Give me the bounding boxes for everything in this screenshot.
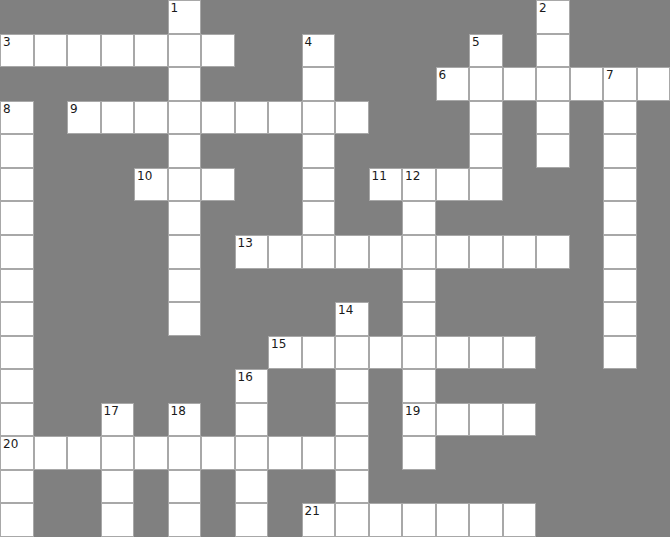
cell-r6-c6 [201, 201, 235, 235]
cell-r7-c5[interactable] [168, 235, 202, 269]
cell-r6-c9[interactable] [302, 201, 336, 235]
cell-r5-c13[interactable] [436, 168, 470, 202]
cell-r0-c11 [369, 0, 403, 34]
cell-r2-c14[interactable] [469, 67, 503, 101]
clue-number: 20 [3, 437, 18, 451]
cell-r8-c16 [536, 269, 570, 303]
cell-r7-c17 [570, 235, 604, 269]
cell-r9-c12[interactable] [402, 302, 436, 336]
clue-number: 12 [405, 169, 420, 183]
cell-r10-c5 [168, 336, 202, 370]
cell-r7-c10[interactable] [335, 235, 369, 269]
cell-r2-c11 [369, 67, 403, 101]
cell-r1-c11 [369, 34, 403, 68]
cell-r12-c2 [67, 403, 101, 437]
cell-r10-c9[interactable] [302, 336, 336, 370]
cell-r10-c6 [201, 336, 235, 370]
cell-r15-c15[interactable] [503, 503, 537, 537]
clue-number: 11 [372, 169, 387, 183]
cell-r3-c8[interactable] [268, 101, 302, 135]
cell-r15-c2 [67, 503, 101, 537]
cell-r4-c8 [268, 134, 302, 168]
cell-r12-c16 [536, 403, 570, 437]
cell-r13-c3[interactable] [101, 436, 135, 470]
cell-r8-c9 [302, 269, 336, 303]
cell-r11-c14 [469, 369, 503, 403]
cell-r13-c9[interactable] [302, 436, 336, 470]
cell-r3-c13 [436, 101, 470, 135]
cell-r11-c7[interactable]: 16 [235, 369, 269, 403]
cell-r2-c8 [268, 67, 302, 101]
cell-r6-c5[interactable] [168, 201, 202, 235]
cell-r9-c15 [503, 302, 537, 336]
cell-r2-c19[interactable] [637, 67, 670, 101]
cell-r11-c5 [168, 369, 202, 403]
cell-r5-c17 [570, 168, 604, 202]
cell-r13-c10[interactable] [335, 436, 369, 470]
cell-r14-c0[interactable] [0, 470, 34, 504]
clue-number: 6 [439, 68, 447, 82]
cell-r9-c17 [570, 302, 604, 336]
cell-r10-c12[interactable] [402, 336, 436, 370]
cell-r15-c14[interactable] [469, 503, 503, 537]
cell-r15-c0[interactable] [0, 503, 34, 537]
cell-r1-c6[interactable] [201, 34, 235, 68]
cell-r15-c19 [637, 503, 670, 537]
cell-r8-c14 [469, 269, 503, 303]
cell-r8-c18[interactable] [603, 269, 637, 303]
cell-r7-c8[interactable] [268, 235, 302, 269]
cell-r1-c18 [603, 34, 637, 68]
cell-r2-c4 [134, 67, 168, 101]
clue-number: 13 [238, 236, 253, 250]
cell-r3-c12 [402, 101, 436, 135]
cell-r9-c11 [369, 302, 403, 336]
cell-r12-c19 [637, 403, 670, 437]
cell-r12-c18 [603, 403, 637, 437]
cell-r0-c12 [402, 0, 436, 34]
cell-r8-c12[interactable] [402, 269, 436, 303]
cell-r3-c9[interactable] [302, 101, 336, 135]
cell-r14-c15 [503, 470, 537, 504]
cell-r13-c14 [469, 436, 503, 470]
cell-r15-c6 [201, 503, 235, 537]
cell-r5-c3 [101, 168, 135, 202]
cell-r3-c7[interactable] [235, 101, 269, 135]
cell-r7-c6 [201, 235, 235, 269]
cell-r5-c11[interactable]: 11 [369, 168, 403, 202]
cell-r7-c0[interactable] [0, 235, 34, 269]
cell-r0-c10 [335, 0, 369, 34]
cell-r0-c7 [235, 0, 269, 34]
cell-r8-c4 [134, 269, 168, 303]
clue-number: 17 [104, 404, 119, 418]
cell-r2-c17[interactable] [570, 67, 604, 101]
cell-r3-c4[interactable] [134, 101, 168, 135]
cell-r7-c7[interactable]: 13 [235, 235, 269, 269]
cell-r0-c5[interactable]: 1 [168, 0, 202, 34]
cell-r15-c16 [536, 503, 570, 537]
cell-r5-c0[interactable] [0, 168, 34, 202]
cell-r8-c5[interactable] [168, 269, 202, 303]
cell-r7-c12[interactable] [402, 235, 436, 269]
cell-r6-c19 [637, 201, 670, 235]
cell-r4-c2 [67, 134, 101, 168]
cell-r1-c3[interactable] [101, 34, 135, 68]
cell-r5-c14[interactable] [469, 168, 503, 202]
cell-r10-c19 [637, 336, 670, 370]
cell-r14-c6 [201, 470, 235, 504]
cell-r1-c14[interactable]: 5 [469, 34, 503, 68]
cell-r13-c2[interactable] [67, 436, 101, 470]
cell-r7-c4 [134, 235, 168, 269]
cell-r3-c14[interactable] [469, 101, 503, 135]
cell-r6-c1 [34, 201, 68, 235]
cell-r3-c11 [369, 101, 403, 135]
cell-r6-c15 [503, 201, 537, 235]
cell-r13-c19 [637, 436, 670, 470]
cell-r13-c7[interactable] [235, 436, 269, 470]
cell-r2-c9[interactable] [302, 67, 336, 101]
cell-r7-c15[interactable] [503, 235, 537, 269]
cell-r9-c13 [436, 302, 470, 336]
cell-r4-c5[interactable] [168, 134, 202, 168]
cell-r7-c19 [637, 235, 670, 269]
cell-r8-c0[interactable] [0, 269, 34, 303]
cell-r9-c1 [34, 302, 68, 336]
cell-r12-c7[interactable] [235, 403, 269, 437]
cell-r6-c11 [369, 201, 403, 235]
cell-r8-c7 [235, 269, 269, 303]
cell-r1-c12 [402, 34, 436, 68]
cell-r0-c19 [637, 0, 670, 34]
cell-r2-c18[interactable]: 7 [603, 67, 637, 101]
cell-r1-c17 [570, 34, 604, 68]
cell-r9-c16 [536, 302, 570, 336]
cell-r9-c9 [302, 302, 336, 336]
cell-r0-c9 [302, 0, 336, 34]
cell-r11-c18 [603, 369, 637, 403]
cell-r10-c13[interactable] [436, 336, 470, 370]
cell-r4-c7 [235, 134, 269, 168]
cell-r5-c15 [503, 168, 537, 202]
cell-r8-c15 [503, 269, 537, 303]
cell-r6-c7 [235, 201, 269, 235]
cell-r8-c6 [201, 269, 235, 303]
cell-r2-c3 [101, 67, 135, 101]
clue-number: 18 [171, 404, 186, 418]
cell-r15-c13[interactable] [436, 503, 470, 537]
cell-r14-c2 [67, 470, 101, 504]
cell-r5-c2 [67, 168, 101, 202]
cell-r15-c1 [34, 503, 68, 537]
cell-r0-c13 [436, 0, 470, 34]
cell-r2-c7 [235, 67, 269, 101]
cell-r12-c8 [268, 403, 302, 437]
cell-r12-c13[interactable] [436, 403, 470, 437]
clue-number: 8 [3, 102, 11, 116]
cell-r4-c19 [637, 134, 670, 168]
cell-r10-c11[interactable] [369, 336, 403, 370]
cell-r13-c13 [436, 436, 470, 470]
cell-r3-c3[interactable] [101, 101, 135, 135]
cell-r14-c8 [268, 470, 302, 504]
cell-r5-c4[interactable]: 10 [134, 168, 168, 202]
cell-r4-c3 [101, 134, 135, 168]
cell-r5-c18[interactable] [603, 168, 637, 202]
cell-r4-c14[interactable] [469, 134, 503, 168]
cell-r13-c1[interactable] [34, 436, 68, 470]
cell-r14-c3[interactable] [101, 470, 135, 504]
clue-number: 2 [539, 1, 547, 15]
cell-r4-c13 [436, 134, 470, 168]
cell-r1-c5[interactable] [168, 34, 202, 68]
cell-r14-c1 [34, 470, 68, 504]
cell-r1-c4[interactable] [134, 34, 168, 68]
cell-r15-c5[interactable] [168, 503, 202, 537]
cell-r9-c10[interactable]: 14 [335, 302, 369, 336]
cell-r12-c4 [134, 403, 168, 437]
cell-r0-c4 [134, 0, 168, 34]
cell-r0-c8 [268, 0, 302, 34]
clue-number: 9 [70, 102, 78, 116]
cell-r6-c12[interactable] [402, 201, 436, 235]
cell-r5-c9[interactable] [302, 168, 336, 202]
cell-r2-c15[interactable] [503, 67, 537, 101]
cell-r9-c14 [469, 302, 503, 336]
cell-r1-c13 [436, 34, 470, 68]
cell-r7-c2 [67, 235, 101, 269]
cell-r5-c6[interactable] [201, 168, 235, 202]
cell-r12-c14[interactable] [469, 403, 503, 437]
cell-r12-c15[interactable] [503, 403, 537, 437]
cell-r2-c5[interactable] [168, 67, 202, 101]
cell-r2-c2 [67, 67, 101, 101]
cell-r2-c10 [335, 67, 369, 101]
cell-r6-c0[interactable] [0, 201, 34, 235]
cell-r5-c10 [335, 168, 369, 202]
clue-number: 1 [171, 1, 179, 15]
cell-r6-c3 [101, 201, 135, 235]
cell-r12-c5[interactable]: 18 [168, 403, 202, 437]
cell-r14-c7[interactable] [235, 470, 269, 504]
cell-r4-c6 [201, 134, 235, 168]
cell-r1-c7 [235, 34, 269, 68]
cell-r9-c7 [235, 302, 269, 336]
cell-r13-c6[interactable] [201, 436, 235, 470]
cell-r2-c13[interactable]: 6 [436, 67, 470, 101]
cell-r12-c10[interactable] [335, 403, 369, 437]
cell-r3-c6[interactable] [201, 101, 235, 135]
cell-r6-c16 [536, 201, 570, 235]
cell-r3-c16[interactable] [536, 101, 570, 135]
cell-r12-c9 [302, 403, 336, 437]
cell-r3-c10[interactable] [335, 101, 369, 135]
cell-r1-c0[interactable]: 3 [0, 34, 34, 68]
cell-r11-c8 [268, 369, 302, 403]
cell-r1-c16[interactable] [536, 34, 570, 68]
cell-r0-c15 [503, 0, 537, 34]
cell-r11-c9 [302, 369, 336, 403]
cell-r7-c18[interactable] [603, 235, 637, 269]
cell-r13-c17 [570, 436, 604, 470]
cell-r10-c0[interactable] [0, 336, 34, 370]
cell-r15-c4 [134, 503, 168, 537]
cell-r10-c14[interactable] [469, 336, 503, 370]
cell-r14-c14 [469, 470, 503, 504]
cell-r15-c10[interactable] [335, 503, 369, 537]
cell-r10-c10[interactable] [335, 336, 369, 370]
cell-r0-c18 [603, 0, 637, 34]
cell-r14-c17 [570, 470, 604, 504]
cell-r12-c6 [201, 403, 235, 437]
cell-r1-c9[interactable]: 4 [302, 34, 336, 68]
cell-r9-c19 [637, 302, 670, 336]
cell-r3-c18[interactable] [603, 101, 637, 135]
cell-r11-c1 [34, 369, 68, 403]
cell-r12-c3[interactable]: 17 [101, 403, 135, 437]
cell-r1-c2[interactable] [67, 34, 101, 68]
cell-r15-c3[interactable] [101, 503, 135, 537]
cell-r6-c17 [570, 201, 604, 235]
cell-r15-c8 [268, 503, 302, 537]
cell-r13-c18 [603, 436, 637, 470]
cell-r11-c10[interactable] [335, 369, 369, 403]
cell-r8-c8 [268, 269, 302, 303]
cell-r0-c16[interactable]: 2 [536, 0, 570, 34]
cell-r4-c12 [402, 134, 436, 168]
cell-r9-c3 [101, 302, 135, 336]
cell-r4-c9[interactable] [302, 134, 336, 168]
cell-r14-c5[interactable] [168, 470, 202, 504]
cell-r13-c11 [369, 436, 403, 470]
cell-r3-c2[interactable]: 9 [67, 101, 101, 135]
cell-r5-c19 [637, 168, 670, 202]
cell-r11-c6 [201, 369, 235, 403]
cell-r7-c9[interactable] [302, 235, 336, 269]
cell-r7-c13[interactable] [436, 235, 470, 269]
clue-number: 19 [405, 404, 420, 418]
cell-r7-c11[interactable] [369, 235, 403, 269]
cell-r9-c4 [134, 302, 168, 336]
cell-r13-c5[interactable] [168, 436, 202, 470]
cell-r13-c8[interactable] [268, 436, 302, 470]
cell-r11-c17 [570, 369, 604, 403]
cell-r6-c14 [469, 201, 503, 235]
cell-r14-c18 [603, 470, 637, 504]
cell-r15-c7[interactable] [235, 503, 269, 537]
cell-r8-c19 [637, 269, 670, 303]
cell-r4-c1 [34, 134, 68, 168]
cell-r11-c19 [637, 369, 670, 403]
cell-r3-c0[interactable]: 8 [0, 101, 34, 135]
cell-r4-c16[interactable] [536, 134, 570, 168]
cell-r12-c0[interactable] [0, 403, 34, 437]
cell-r5-c12[interactable]: 12 [402, 168, 436, 202]
cell-r7-c14[interactable] [469, 235, 503, 269]
cell-r5-c16 [536, 168, 570, 202]
cell-r10-c4 [134, 336, 168, 370]
cell-r13-c4[interactable] [134, 436, 168, 470]
cell-r10-c18[interactable] [603, 336, 637, 370]
cell-r4-c10 [335, 134, 369, 168]
cell-r15-c18 [603, 503, 637, 537]
cell-r9-c2 [67, 302, 101, 336]
cell-r13-c0[interactable]: 20 [0, 436, 34, 470]
cell-r5-c5[interactable] [168, 168, 202, 202]
cell-r12-c11 [369, 403, 403, 437]
cell-r11-c0[interactable] [0, 369, 34, 403]
cell-r10-c15[interactable] [503, 336, 537, 370]
cell-r2-c16[interactable] [536, 67, 570, 101]
cell-r10-c7 [235, 336, 269, 370]
cell-r2-c6 [201, 67, 235, 101]
cell-r2-c1 [34, 67, 68, 101]
cell-r10-c8[interactable]: 15 [268, 336, 302, 370]
cell-r4-c18[interactable] [603, 134, 637, 168]
cell-r10-c16 [536, 336, 570, 370]
cell-r9-c5[interactable] [168, 302, 202, 336]
cell-r4-c11 [369, 134, 403, 168]
cell-r7-c1 [34, 235, 68, 269]
cell-r6-c18[interactable] [603, 201, 637, 235]
cell-r1-c8 [268, 34, 302, 68]
cell-r11-c3 [101, 369, 135, 403]
cell-r5-c1 [34, 168, 68, 202]
cell-r3-c17 [570, 101, 604, 135]
clue-number: 3 [3, 35, 11, 49]
clue-number: 7 [606, 68, 614, 82]
cell-r4-c0[interactable] [0, 134, 34, 168]
cell-r12-c1 [34, 403, 68, 437]
cell-r11-c4 [134, 369, 168, 403]
clue-number: 4 [305, 35, 313, 49]
cell-r13-c12[interactable] [402, 436, 436, 470]
cell-r0-c1 [34, 0, 68, 34]
cell-r9-c18[interactable] [603, 302, 637, 336]
cell-r15-c17 [570, 503, 604, 537]
cell-r1-c10 [335, 34, 369, 68]
cell-r9-c0[interactable] [0, 302, 34, 336]
cell-r11-c12[interactable] [402, 369, 436, 403]
cell-r0-c14 [469, 0, 503, 34]
cell-r11-c15 [503, 369, 537, 403]
clue-number: 15 [271, 337, 286, 351]
cell-r14-c19 [637, 470, 670, 504]
cell-r15-c12[interactable] [402, 503, 436, 537]
cell-r7-c16[interactable] [536, 235, 570, 269]
cell-r4-c4 [134, 134, 168, 168]
cell-r6-c10 [335, 201, 369, 235]
cell-r11-c13 [436, 369, 470, 403]
cell-r10-c1 [34, 336, 68, 370]
crossword-board: 123456789101112131415161718192021 [0, 0, 670, 537]
cell-r8-c17 [570, 269, 604, 303]
cell-r8-c2 [67, 269, 101, 303]
cell-r14-c10[interactable] [335, 470, 369, 504]
cell-r8-c3 [101, 269, 135, 303]
cell-r3-c5[interactable] [168, 101, 202, 135]
cell-r15-c9[interactable]: 21 [302, 503, 336, 537]
cell-r1-c1[interactable] [34, 34, 68, 68]
cell-r14-c13 [436, 470, 470, 504]
cell-r6-c13 [436, 201, 470, 235]
cell-r15-c11[interactable] [369, 503, 403, 537]
cell-r0-c6 [201, 0, 235, 34]
cell-r12-c17 [570, 403, 604, 437]
cell-r12-c12[interactable]: 19 [402, 403, 436, 437]
cell-r9-c6 [201, 302, 235, 336]
